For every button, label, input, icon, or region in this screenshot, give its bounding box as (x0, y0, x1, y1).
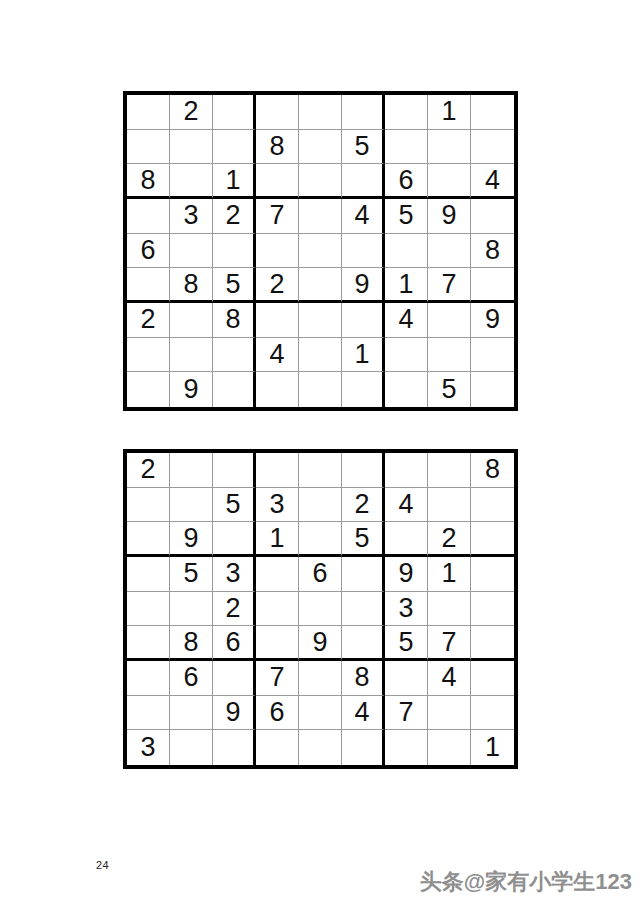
sudoku-cell-r3c1-empty (127, 522, 170, 557)
sudoku-cell-r2c7-given: 4 (385, 488, 428, 523)
sudoku-cell-r5c7-given: 3 (385, 592, 428, 627)
sudoku-cell-r1c2-empty (170, 453, 213, 488)
sudoku-cell-r8c9-empty (471, 696, 514, 731)
sudoku-cell-r3c5-empty (299, 522, 342, 557)
sudoku-cell-r1c5-empty (299, 453, 342, 488)
sudoku-cell-r9c8-empty (428, 730, 471, 765)
sudoku-cell-r4c3-given: 2 (213, 199, 256, 234)
sudoku-cell-r5c8-empty (428, 592, 471, 627)
sudoku-cell-r7c2-given: 6 (170, 661, 213, 696)
sudoku-cell-r1c9-empty (471, 95, 514, 130)
sudoku-cell-r9c3-empty (213, 730, 256, 765)
sudoku-cell-r1c9-given: 8 (471, 453, 514, 488)
sudoku-cell-r8c2-empty (170, 696, 213, 731)
sudoku-cell-r6c7-given: 1 (385, 268, 428, 303)
sudoku-cell-r1c6-empty (342, 453, 385, 488)
sudoku-cell-r3c7-given: 6 (385, 164, 428, 199)
sudoku-cell-r3c5-empty (299, 164, 342, 199)
sudoku-cell-r1c7-empty (385, 453, 428, 488)
sudoku-cell-r5c9-empty (471, 592, 514, 627)
sudoku-cell-r7c7-given: 4 (385, 303, 428, 338)
sudoku-cell-r9c5-empty (299, 730, 342, 765)
sudoku-cell-r6c2-given: 8 (170, 268, 213, 303)
sudoku-cell-r6c3-given: 5 (213, 268, 256, 303)
sudoku-cell-r3c8-empty (428, 164, 471, 199)
sudoku-cell-r7c9-given: 9 (471, 303, 514, 338)
sudoku-cell-r3c1-given: 8 (127, 164, 170, 199)
sudoku-cell-r3c6-empty (342, 164, 385, 199)
sudoku-cell-r1c1-given: 2 (127, 453, 170, 488)
sudoku-cell-r2c2-empty (170, 130, 213, 165)
sudoku-cell-r9c4-empty (256, 372, 299, 407)
sudoku-cell-r5c2-empty (170, 234, 213, 269)
sudoku-cell-r7c1-given: 2 (127, 303, 170, 338)
sudoku-cell-r1c4-empty (256, 95, 299, 130)
sudoku-cell-r8c1-empty (127, 696, 170, 731)
sudoku-cell-r6c4-given: 2 (256, 268, 299, 303)
sudoku-cell-r2c4-given: 3 (256, 488, 299, 523)
sudoku-cell-r3c8-given: 2 (428, 522, 471, 557)
sudoku-cell-r2c9-empty (471, 488, 514, 523)
sudoku-cell-r5c3-empty (213, 234, 256, 269)
sudoku-cell-r2c4-given: 8 (256, 130, 299, 165)
sudoku-cell-r1c2-given: 2 (170, 95, 213, 130)
sudoku-cell-r1c6-empty (342, 95, 385, 130)
sudoku-cell-r9c8-given: 5 (428, 372, 471, 407)
sudoku-cell-r4c7-given: 9 (385, 557, 428, 592)
sudoku-cell-r2c3-empty (213, 130, 256, 165)
sudoku-cell-r7c4-given: 7 (256, 661, 299, 696)
sudoku-cell-r7c9-empty (471, 661, 514, 696)
sudoku-cell-r8c6-given: 4 (342, 696, 385, 731)
sudoku-cell-r5c6-empty (342, 234, 385, 269)
sudoku-cell-r8c6-given: 1 (342, 338, 385, 373)
sudoku-cell-r5c4-empty (256, 592, 299, 627)
sudoku-cell-r7c2-empty (170, 303, 213, 338)
sudoku-cell-r3c7-empty (385, 522, 428, 557)
sudoku-cell-r5c1-given: 6 (127, 234, 170, 269)
sudoku-cell-r7c4-empty (256, 303, 299, 338)
sudoku-cell-r7c1-empty (127, 661, 170, 696)
sudoku-cell-r5c5-empty (299, 234, 342, 269)
sudoku-cell-r9c5-empty (299, 372, 342, 407)
sudoku-cell-r5c1-empty (127, 592, 170, 627)
sudoku-cell-r7c5-empty (299, 661, 342, 696)
sudoku-cell-r8c4-given: 6 (256, 696, 299, 731)
sudoku-cell-r9c2-empty (170, 730, 213, 765)
sudoku-cell-r8c4-given: 4 (256, 338, 299, 373)
sudoku-cell-r4c8-given: 9 (428, 199, 471, 234)
sudoku-cell-r4c2-given: 3 (170, 199, 213, 234)
sudoku-cell-r6c3-given: 6 (213, 626, 256, 661)
sudoku-cell-r4c8-given: 1 (428, 557, 471, 592)
sudoku-cell-r4c5-given: 6 (299, 557, 342, 592)
sudoku-cell-r1c4-empty (256, 453, 299, 488)
sudoku-cell-r4c4-empty (256, 557, 299, 592)
sudoku-cell-r1c8-given: 1 (428, 95, 471, 130)
sudoku-cell-r6c6-given: 9 (342, 268, 385, 303)
sudoku-cell-r1c3-empty (213, 95, 256, 130)
sudoku-cell-r2c9-empty (471, 130, 514, 165)
sudoku-cell-r3c4-empty (256, 164, 299, 199)
sudoku-grid-1: 218581643274596885291728494195 (123, 91, 518, 411)
sudoku-cell-r2c1-empty (127, 130, 170, 165)
sudoku-cell-r3c2-given: 9 (170, 522, 213, 557)
sudoku-cell-r9c7-empty (385, 372, 428, 407)
sudoku-cell-r1c8-empty (428, 453, 471, 488)
sudoku-cell-r6c1-empty (127, 268, 170, 303)
sudoku-cell-r7c3-empty (213, 661, 256, 696)
sudoku-cell-r5c8-empty (428, 234, 471, 269)
sudoku-cell-r3c6-given: 5 (342, 522, 385, 557)
sudoku-cell-r8c8-empty (428, 338, 471, 373)
sudoku-cell-r5c2-empty (170, 592, 213, 627)
sudoku-cell-r5c9-given: 8 (471, 234, 514, 269)
sudoku-cell-r1c5-empty (299, 95, 342, 130)
sudoku-cell-r8c1-empty (127, 338, 170, 373)
sudoku-cell-r4c6-given: 4 (342, 199, 385, 234)
sudoku-cell-r6c7-given: 5 (385, 626, 428, 661)
sudoku-cell-r9c6-empty (342, 730, 385, 765)
sudoku-cell-r4c4-given: 7 (256, 199, 299, 234)
sudoku-cell-r4c7-given: 5 (385, 199, 428, 234)
sudoku-cell-r2c7-empty (385, 130, 428, 165)
sudoku-cell-r2c8-empty (428, 130, 471, 165)
sudoku-cell-r7c3-given: 8 (213, 303, 256, 338)
sudoku-cell-r9c6-empty (342, 372, 385, 407)
sudoku-cell-r9c1-given: 3 (127, 730, 170, 765)
sudoku-cell-r9c3-empty (213, 372, 256, 407)
sudoku-cell-r3c2-empty (170, 164, 213, 199)
sudoku-cell-r7c5-empty (299, 303, 342, 338)
sudoku-cell-r6c8-given: 7 (428, 626, 471, 661)
sudoku-cell-r4c5-empty (299, 199, 342, 234)
sudoku-cell-r7c7-empty (385, 661, 428, 696)
sudoku-cell-r2c8-empty (428, 488, 471, 523)
sudoku-cell-r4c9-empty (471, 557, 514, 592)
sudoku-cell-r2c6-given: 5 (342, 130, 385, 165)
sudoku-cell-r3c3-empty (213, 522, 256, 557)
sudoku-cell-r4c3-given: 3 (213, 557, 256, 592)
sudoku-cell-r1c1-empty (127, 95, 170, 130)
sudoku-cell-r9c7-empty (385, 730, 428, 765)
sudoku-cell-r3c3-given: 1 (213, 164, 256, 199)
sudoku-cell-r5c7-empty (385, 234, 428, 269)
sudoku-cell-r2c2-empty (170, 488, 213, 523)
sudoku-cell-r6c9-empty (471, 626, 514, 661)
sudoku-cell-r8c9-empty (471, 338, 514, 373)
sudoku-cell-r6c2-given: 8 (170, 626, 213, 661)
sudoku-cell-r4c1-empty (127, 557, 170, 592)
sudoku-cell-r9c9-empty (471, 372, 514, 407)
sudoku-cell-r1c3-empty (213, 453, 256, 488)
sudoku-cell-r2c6-given: 2 (342, 488, 385, 523)
sudoku-cell-r1c7-empty (385, 95, 428, 130)
sudoku-cell-r6c9-empty (471, 268, 514, 303)
sudoku-cell-r7c6-given: 8 (342, 661, 385, 696)
sudoku-cell-r9c1-empty (127, 372, 170, 407)
sudoku-cell-r5c6-empty (342, 592, 385, 627)
sudoku-cell-r6c8-given: 7 (428, 268, 471, 303)
sudoku-cell-r6c6-empty (342, 626, 385, 661)
sudoku-cell-r5c4-empty (256, 234, 299, 269)
sudoku-cell-r7c6-empty (342, 303, 385, 338)
sudoku-cell-r8c7-given: 7 (385, 696, 428, 731)
sudoku-cell-r5c3-given: 2 (213, 592, 256, 627)
sudoku-cell-r7c8-given: 4 (428, 661, 471, 696)
sudoku-cell-r2c1-empty (127, 488, 170, 523)
sudoku-cell-r3c9-empty (471, 522, 514, 557)
sudoku-cell-r6c5-given: 9 (299, 626, 342, 661)
sudoku-cell-r6c5-empty (299, 268, 342, 303)
sudoku-cell-r3c9-given: 4 (471, 164, 514, 199)
sudoku-cell-r6c1-empty (127, 626, 170, 661)
page-number: 24 (96, 859, 109, 871)
watermark-text: 头条@家有小学生123 (420, 867, 632, 897)
sudoku-cell-r5c5-empty (299, 592, 342, 627)
sudoku-cell-r4c6-empty (342, 557, 385, 592)
sudoku-cell-r3c4-given: 1 (256, 522, 299, 557)
sudoku-cell-r9c4-empty (256, 730, 299, 765)
sudoku-cell-r8c5-empty (299, 338, 342, 373)
sudoku-cell-r8c3-empty (213, 338, 256, 373)
sudoku-cell-r4c1-empty (127, 199, 170, 234)
sudoku-cell-r2c5-empty (299, 130, 342, 165)
sudoku-cell-r7c8-empty (428, 303, 471, 338)
sudoku-cell-r9c2-given: 9 (170, 372, 213, 407)
sudoku-cell-r8c5-empty (299, 696, 342, 731)
sudoku-cell-r8c2-empty (170, 338, 213, 373)
sudoku-cell-r8c7-empty (385, 338, 428, 373)
sudoku-cell-r8c3-given: 9 (213, 696, 256, 731)
sudoku-cell-r9c9-given: 1 (471, 730, 514, 765)
sudoku-grid-2: 28532491525369123869576784964731 (123, 449, 518, 769)
sudoku-cell-r2c3-given: 5 (213, 488, 256, 523)
sudoku-cell-r6c4-empty (256, 626, 299, 661)
sudoku-cell-r4c9-empty (471, 199, 514, 234)
sudoku-cell-r8c8-empty (428, 696, 471, 731)
sudoku-cell-r2c5-empty (299, 488, 342, 523)
sudoku-cell-r4c2-given: 5 (170, 557, 213, 592)
